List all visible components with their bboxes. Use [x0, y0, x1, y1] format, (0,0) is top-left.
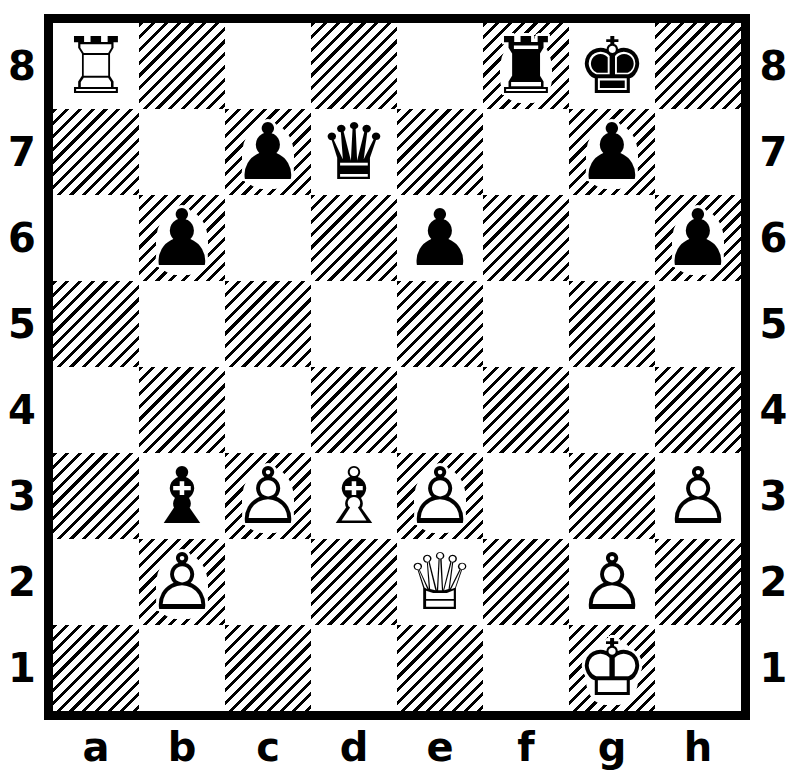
black-king: ♚ [577, 23, 647, 109]
square-d5[interactable] [311, 281, 397, 367]
square-d6[interactable] [311, 195, 397, 281]
square-c6[interactable] [225, 195, 311, 281]
black-bishop: ♝ [147, 453, 217, 539]
white-pawn: ♙ [233, 453, 303, 539]
square-d8[interactable] [311, 23, 397, 109]
file-label-d: d [311, 720, 397, 772]
square-f1[interactable] [483, 625, 569, 711]
square-b5[interactable] [139, 281, 225, 367]
square-c8[interactable] [225, 23, 311, 109]
square-g8[interactable]: ♚ [569, 23, 655, 109]
black-pawn: ♟ [663, 195, 733, 281]
square-e5[interactable] [397, 281, 483, 367]
white-pawn: ♙ [663, 453, 733, 539]
rank-label-6: 6 [0, 195, 44, 281]
rank-label-5: 5 [750, 281, 797, 367]
square-f6[interactable] [483, 195, 569, 281]
square-h7[interactable] [655, 109, 741, 195]
square-g1[interactable]: ♔ [569, 625, 655, 711]
file-label-c: c [225, 720, 311, 772]
square-h6[interactable]: ♟ [655, 195, 741, 281]
file-label-e: e [397, 720, 483, 772]
square-e3[interactable]: ♙ [397, 453, 483, 539]
white-pawn: ♙ [577, 539, 647, 625]
square-a5[interactable] [53, 281, 139, 367]
rank-label-7: 7 [0, 109, 44, 195]
rank-labels-right: 87654321 [750, 14, 797, 720]
white-king: ♔ [577, 625, 647, 711]
square-f3[interactable] [483, 453, 569, 539]
white-bishop: ♗ [319, 453, 389, 539]
square-b7[interactable] [139, 109, 225, 195]
square-d7[interactable]: ♛ [311, 109, 397, 195]
square-a2[interactable] [53, 539, 139, 625]
square-h5[interactable] [655, 281, 741, 367]
square-a1[interactable] [53, 625, 139, 711]
square-b3[interactable]: ♝ [139, 453, 225, 539]
rank-label-8: 8 [0, 23, 44, 109]
square-e7[interactable] [397, 109, 483, 195]
rank-label-3: 3 [750, 453, 797, 539]
rank-label-2: 2 [0, 539, 44, 625]
square-a8[interactable]: ♖ [53, 23, 139, 109]
square-f4[interactable] [483, 367, 569, 453]
file-label-a: a [53, 720, 139, 772]
square-a7[interactable] [53, 109, 139, 195]
rank-label-4: 4 [750, 367, 797, 453]
black-pawn: ♟ [233, 109, 303, 195]
square-h1[interactable] [655, 625, 741, 711]
square-f5[interactable] [483, 281, 569, 367]
white-rook: ♖ [61, 23, 131, 109]
square-c2[interactable] [225, 539, 311, 625]
square-e6[interactable]: ♟ [397, 195, 483, 281]
square-f8[interactable]: ♜ [483, 23, 569, 109]
rank-label-3: 3 [0, 453, 44, 539]
file-label-b: b [139, 720, 225, 772]
square-a3[interactable] [53, 453, 139, 539]
square-g5[interactable] [569, 281, 655, 367]
file-label-g: g [569, 720, 655, 772]
file-label-h: h [655, 720, 741, 772]
square-d3[interactable]: ♗ [311, 453, 397, 539]
square-d4[interactable] [311, 367, 397, 453]
square-e1[interactable] [397, 625, 483, 711]
rank-label-6: 6 [750, 195, 797, 281]
square-h8[interactable] [655, 23, 741, 109]
chess-diagram: 87654321 ♖♜♚♟♛♟♟♟♟♝♙♗♙♙♙♕♙♔ 87654321 abc… [0, 0, 797, 772]
file-label-f: f [483, 720, 569, 772]
rank-label-7: 7 [750, 109, 797, 195]
square-a4[interactable] [53, 367, 139, 453]
rank-label-4: 4 [0, 367, 44, 453]
rank-label-2: 2 [750, 539, 797, 625]
rank-label-5: 5 [0, 281, 44, 367]
rank-label-1: 1 [0, 625, 44, 711]
square-d2[interactable] [311, 539, 397, 625]
square-c5[interactable] [225, 281, 311, 367]
square-f7[interactable] [483, 109, 569, 195]
rank-label-8: 8 [750, 23, 797, 109]
square-c1[interactable] [225, 625, 311, 711]
black-pawn: ♟ [147, 195, 217, 281]
file-labels-bottom: abcdefgh [44, 720, 750, 772]
board: ♖♜♚♟♛♟♟♟♟♝♙♗♙♙♙♕♙♔ [44, 14, 750, 720]
square-c4[interactable] [225, 367, 311, 453]
square-a6[interactable] [53, 195, 139, 281]
rank-labels-left: 87654321 [0, 14, 44, 720]
square-b6[interactable]: ♟ [139, 195, 225, 281]
black-rook: ♜ [491, 23, 561, 109]
white-queen: ♕ [405, 539, 475, 625]
black-pawn: ♟ [577, 109, 647, 195]
white-pawn: ♙ [405, 453, 475, 539]
square-b2[interactable]: ♙ [139, 539, 225, 625]
square-f2[interactable] [483, 539, 569, 625]
square-g4[interactable] [569, 367, 655, 453]
square-h2[interactable] [655, 539, 741, 625]
black-pawn: ♟ [405, 195, 475, 281]
square-e4[interactable] [397, 367, 483, 453]
square-h4[interactable] [655, 367, 741, 453]
white-pawn: ♙ [147, 539, 217, 625]
square-g7[interactable]: ♟ [569, 109, 655, 195]
square-e2[interactable]: ♕ [397, 539, 483, 625]
square-d1[interactable] [311, 625, 397, 711]
square-b8[interactable] [139, 23, 225, 109]
square-g6[interactable] [569, 195, 655, 281]
square-b1[interactable] [139, 625, 225, 711]
square-b4[interactable] [139, 367, 225, 453]
black-queen: ♛ [319, 109, 389, 195]
rank-label-1: 1 [750, 625, 797, 711]
square-e8[interactable] [397, 23, 483, 109]
square-h3[interactable]: ♙ [655, 453, 741, 539]
square-c3[interactable]: ♙ [225, 453, 311, 539]
chess-diagram-page: 87654321 ♖♜♚♟♛♟♟♟♟♝♙♗♙♙♙♕♙♔ 87654321 abc… [0, 0, 797, 776]
square-c7[interactable]: ♟ [225, 109, 311, 195]
square-g2[interactable]: ♙ [569, 539, 655, 625]
square-g3[interactable] [569, 453, 655, 539]
